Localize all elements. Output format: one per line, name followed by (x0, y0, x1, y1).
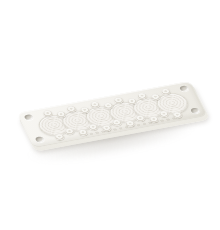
product-photo (0, 0, 220, 230)
corner-screw-hole (35, 136, 45, 143)
corner-screw-hole (190, 107, 200, 114)
corner-screw-hole (24, 114, 34, 121)
corner-screw-hole (179, 85, 189, 92)
